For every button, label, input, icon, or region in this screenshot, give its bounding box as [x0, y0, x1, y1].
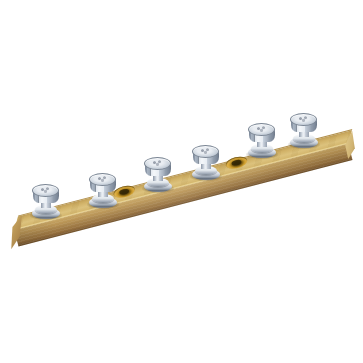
screw-head-top: [290, 113, 317, 126]
screw-head-top: [89, 173, 116, 186]
screw-layer: [0, 0, 363, 363]
screw-head-top: [248, 123, 275, 136]
hex-screw: [287, 113, 321, 150]
hex-screw: [189, 145, 223, 182]
hex-screw: [141, 157, 175, 194]
screw-head-top: [192, 145, 219, 158]
screw-head-top: [144, 157, 171, 170]
hex-screw: [29, 184, 63, 221]
product-photo-stage: [0, 0, 363, 363]
hex-screw: [245, 123, 279, 160]
hex-screw: [86, 173, 120, 210]
screw-head-top: [32, 184, 59, 197]
